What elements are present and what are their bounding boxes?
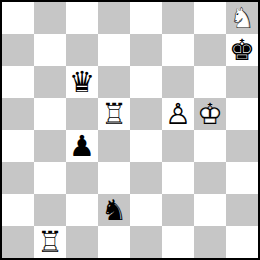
square-h6[interactable] (226, 66, 258, 98)
piece-black-pawn[interactable]: ♟ (69, 130, 95, 162)
white-rook-icon: ♖ (101, 98, 127, 130)
square-a6[interactable] (2, 66, 34, 98)
square-g5[interactable]: ♚♔ (194, 98, 226, 130)
square-d4[interactable] (98, 130, 130, 162)
white-pawn-icon: ♙ (165, 98, 191, 130)
square-h3[interactable] (226, 162, 258, 194)
square-b2[interactable] (34, 194, 66, 226)
square-b4[interactable] (34, 130, 66, 162)
square-h7[interactable]: ♚ (226, 34, 258, 66)
piece-black-knight[interactable]: ♞ (101, 194, 127, 226)
square-e1[interactable] (130, 226, 162, 258)
square-f1[interactable] (162, 226, 194, 258)
square-a2[interactable] (2, 194, 34, 226)
square-a8[interactable] (2, 2, 34, 34)
square-d1[interactable] (98, 226, 130, 258)
square-d6[interactable] (98, 66, 130, 98)
square-a3[interactable] (2, 162, 34, 194)
square-b6[interactable] (34, 66, 66, 98)
chess-board-frame: ♞♘♚♛♜♖♟♙♚♔♟♞♜♖ (0, 0, 260, 260)
square-f4[interactable] (162, 130, 194, 162)
square-f8[interactable] (162, 2, 194, 34)
square-e4[interactable] (130, 130, 162, 162)
square-c3[interactable] (66, 162, 98, 194)
square-a1[interactable] (2, 226, 34, 258)
square-h1[interactable] (226, 226, 258, 258)
piece-white-knight[interactable]: ♞♘ (229, 2, 255, 34)
square-h4[interactable] (226, 130, 258, 162)
square-e5[interactable] (130, 98, 162, 130)
square-c6[interactable]: ♛ (66, 66, 98, 98)
square-c1[interactable] (66, 226, 98, 258)
square-e2[interactable] (130, 194, 162, 226)
chess-board: ♞♘♚♛♜♖♟♙♚♔♟♞♜♖ (2, 2, 258, 258)
square-g2[interactable] (194, 194, 226, 226)
square-a5[interactable] (2, 98, 34, 130)
square-c5[interactable] (66, 98, 98, 130)
square-f2[interactable] (162, 194, 194, 226)
white-knight-icon: ♘ (229, 2, 255, 34)
square-f6[interactable] (162, 66, 194, 98)
square-d2[interactable]: ♞ (98, 194, 130, 226)
square-c4[interactable]: ♟ (66, 130, 98, 162)
square-b3[interactable] (34, 162, 66, 194)
square-a4[interactable] (2, 130, 34, 162)
square-h2[interactable] (226, 194, 258, 226)
square-g6[interactable] (194, 66, 226, 98)
square-e3[interactable] (130, 162, 162, 194)
square-c8[interactable] (66, 2, 98, 34)
white-rook-icon: ♖ (37, 226, 63, 258)
square-d8[interactable] (98, 2, 130, 34)
square-g3[interactable] (194, 162, 226, 194)
piece-black-king[interactable]: ♚ (229, 34, 255, 66)
piece-white-rook[interactable]: ♜♖ (37, 226, 63, 258)
piece-white-king[interactable]: ♚♔ (197, 98, 223, 130)
white-king-icon: ♔ (197, 98, 223, 130)
square-b1[interactable]: ♜♖ (34, 226, 66, 258)
square-d3[interactable] (98, 162, 130, 194)
square-g1[interactable] (194, 226, 226, 258)
square-f7[interactable] (162, 34, 194, 66)
square-c7[interactable] (66, 34, 98, 66)
square-c2[interactable] (66, 194, 98, 226)
square-e7[interactable] (130, 34, 162, 66)
square-b8[interactable] (34, 2, 66, 34)
square-f5[interactable]: ♟♙ (162, 98, 194, 130)
square-g8[interactable] (194, 2, 226, 34)
square-d5[interactable]: ♜♖ (98, 98, 130, 130)
square-b5[interactable] (34, 98, 66, 130)
square-a7[interactable] (2, 34, 34, 66)
square-d7[interactable] (98, 34, 130, 66)
square-e8[interactable] (130, 2, 162, 34)
piece-black-queen[interactable]: ♛ (69, 66, 95, 98)
square-h5[interactable] (226, 98, 258, 130)
square-g7[interactable] (194, 34, 226, 66)
square-e6[interactable] (130, 66, 162, 98)
piece-white-rook[interactable]: ♜♖ (101, 98, 127, 130)
square-f3[interactable] (162, 162, 194, 194)
square-g4[interactable] (194, 130, 226, 162)
square-h8[interactable]: ♞♘ (226, 2, 258, 34)
square-b7[interactable] (34, 34, 66, 66)
piece-white-pawn[interactable]: ♟♙ (165, 98, 191, 130)
